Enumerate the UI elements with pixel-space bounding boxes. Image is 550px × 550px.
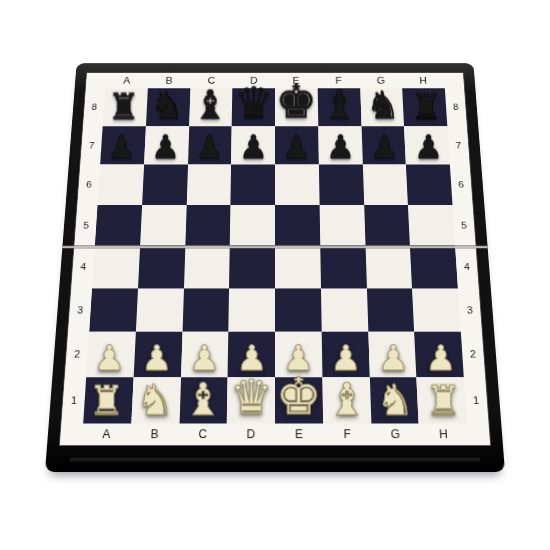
piece-white-knight[interactable]: ♞	[136, 380, 174, 422]
rank-label-3-left: 3	[68, 288, 92, 332]
piece-white-pawn[interactable]: ♟	[94, 340, 125, 375]
square-b2[interactable]: ♟	[133, 332, 182, 377]
square-b4[interactable]	[138, 246, 185, 288]
file-label-e-bottom: E	[275, 423, 323, 445]
piece-black-pawn[interactable]: ♟	[282, 131, 311, 163]
square-h2[interactable]: ♟	[414, 332, 463, 377]
file-label-f-bottom: F	[323, 423, 372, 445]
rank-label-5-left: 5	[75, 205, 98, 246]
piece-black-rook[interactable]: ♜	[108, 88, 141, 124]
square-e4[interactable]	[275, 246, 321, 288]
file-label-a-bottom: A	[82, 423, 131, 445]
piece-white-rook[interactable]: ♜	[89, 382, 125, 422]
square-d7[interactable]: ♟	[231, 126, 275, 165]
square-f6[interactable]	[319, 165, 364, 205]
rank-label-8-left: 8	[83, 88, 105, 126]
square-f1[interactable]: ♝	[322, 377, 371, 424]
square-d1[interactable]: ♛	[227, 377, 275, 424]
square-b5[interactable]	[140, 205, 186, 246]
rank-label-7-left: 7	[80, 126, 102, 165]
margin-corner	[86, 73, 106, 88]
square-f5[interactable]	[319, 205, 365, 246]
square-g3[interactable]	[366, 288, 414, 332]
square-b6[interactable]	[142, 165, 188, 205]
square-d5[interactable]	[230, 205, 275, 246]
square-h1[interactable]: ♜	[417, 377, 467, 424]
piece-black-knight[interactable]: ♞	[366, 86, 400, 124]
rank-label-7-right: 7	[447, 126, 469, 165]
square-d6[interactable]	[231, 165, 275, 205]
piece-white-bishop[interactable]: ♝	[183, 378, 223, 422]
square-c3[interactable]	[182, 288, 229, 332]
hinge-seam	[62, 245, 488, 248]
rank-label-4-right: 4	[455, 246, 478, 288]
frame-emboss	[70, 456, 481, 463]
piece-black-knight[interactable]: ♞	[150, 86, 184, 124]
square-g2[interactable]: ♟	[368, 332, 417, 377]
square-g1[interactable]: ♞	[369, 377, 418, 424]
piece-white-rook[interactable]: ♜	[425, 382, 461, 422]
piece-white-pawn[interactable]: ♟	[141, 340, 172, 375]
square-a3[interactable]	[89, 288, 138, 332]
square-f2[interactable]: ♟	[321, 332, 369, 377]
file-label-b-bottom: B	[130, 423, 179, 445]
rank-label-4-left: 4	[71, 246, 94, 288]
rank-label-6-left: 6	[78, 165, 101, 205]
square-h5[interactable]	[408, 205, 455, 246]
margin-corner	[444, 73, 464, 88]
square-h4[interactable]	[410, 246, 458, 288]
piece-white-bishop[interactable]: ♝	[327, 378, 367, 422]
piece-white-pawn[interactable]: ♟	[188, 340, 219, 375]
square-c4[interactable]	[184, 246, 230, 288]
square-c2[interactable]: ♟	[181, 332, 229, 377]
square-a8[interactable]: ♜	[103, 88, 148, 126]
square-d4[interactable]	[229, 246, 275, 288]
piece-black-pawn[interactable]: ♟	[195, 131, 224, 163]
piece-black-king[interactable]: ♚	[276, 78, 317, 124]
square-g7[interactable]: ♟	[361, 126, 406, 165]
square-b1[interactable]: ♞	[131, 377, 180, 424]
square-g6[interactable]	[362, 165, 408, 205]
piece-white-pawn[interactable]: ♟	[425, 340, 456, 375]
board-frame: ABCDEFGH8♜♞♝♛♚♝♞♜87♟♟♟♟♟♟♟♟7665544332♟♟♟…	[45, 63, 505, 472]
piece-white-king[interactable]: ♚	[276, 371, 322, 422]
rank-label-2-left: 2	[65, 332, 89, 377]
piece-black-pawn[interactable]: ♟	[414, 131, 443, 163]
square-a2[interactable]: ♟	[86, 332, 135, 377]
square-e1[interactable]: ♚	[275, 377, 323, 424]
square-h7[interactable]: ♟	[404, 126, 450, 165]
file-label-c-bottom: C	[178, 423, 227, 445]
piece-black-rook[interactable]: ♜	[410, 88, 443, 124]
square-h6[interactable]	[406, 165, 452, 205]
square-a4[interactable]	[92, 246, 140, 288]
piece-white-queen[interactable]: ♛	[229, 374, 272, 422]
rank-label-1-left: 1	[62, 377, 87, 424]
margin-corner	[60, 423, 83, 445]
square-a6[interactable]	[98, 165, 144, 205]
file-label-g-bottom: G	[371, 423, 420, 445]
square-f3[interactable]	[321, 288, 368, 332]
square-f8[interactable]: ♝	[317, 88, 361, 126]
rank-label-1-right: 1	[464, 377, 489, 424]
square-a7[interactable]: ♟	[100, 126, 146, 165]
margin-corner	[467, 423, 490, 445]
square-a1[interactable]: ♜	[83, 377, 133, 424]
piece-black-pawn[interactable]: ♟	[370, 131, 399, 163]
square-c5[interactable]	[185, 205, 231, 246]
square-e3[interactable]	[275, 288, 321, 332]
square-g5[interactable]	[364, 205, 410, 246]
square-b3[interactable]	[136, 288, 184, 332]
photo-background: ABCDEFGH8♜♞♝♛♚♝♞♜87♟♟♟♟♟♟♟♟7665544332♟♟♟…	[0, 0, 550, 550]
piece-black-bishop[interactable]: ♝	[322, 84, 358, 124]
square-d8[interactable]: ♛	[232, 88, 275, 126]
rank-label-2-right: 2	[461, 332, 485, 377]
piece-white-pawn[interactable]: ♟	[377, 340, 408, 375]
piece-black-pawn[interactable]: ♟	[239, 131, 268, 163]
square-e8[interactable]: ♚	[275, 88, 318, 126]
square-e7[interactable]: ♟	[275, 126, 319, 165]
square-c7[interactable]: ♟	[188, 126, 232, 165]
square-c6[interactable]	[186, 165, 231, 205]
square-d3[interactable]	[229, 288, 275, 332]
square-b8[interactable]: ♞	[146, 88, 190, 126]
board-mat: ABCDEFGH8♜♞♝♛♚♝♞♜87♟♟♟♟♟♟♟♟7665544332♟♟♟…	[59, 72, 491, 446]
square-c1[interactable]: ♝	[179, 377, 228, 424]
square-f7[interactable]: ♟	[318, 126, 362, 165]
rank-label-6-right: 6	[450, 165, 473, 205]
square-c8[interactable]: ♝	[189, 88, 233, 126]
piece-black-bishop[interactable]: ♝	[192, 84, 228, 124]
piece-black-pawn[interactable]: ♟	[107, 131, 136, 163]
file-label-h-bottom: H	[419, 423, 468, 445]
piece-white-knight[interactable]: ♞	[376, 380, 414, 422]
square-g4[interactable]	[365, 246, 412, 288]
square-h3[interactable]	[412, 288, 461, 332]
square-a5[interactable]	[95, 205, 142, 246]
square-e6[interactable]	[275, 165, 319, 205]
square-h8[interactable]: ♜	[402, 88, 447, 126]
piece-black-queen[interactable]: ♛	[234, 81, 273, 124]
rank-label-3-right: 3	[458, 288, 482, 332]
square-b7[interactable]: ♟	[144, 126, 189, 165]
rank-label-5-right: 5	[452, 205, 475, 246]
piece-white-pawn[interactable]: ♟	[330, 340, 361, 375]
file-label-d-bottom: D	[227, 423, 275, 445]
piece-black-pawn[interactable]: ♟	[151, 131, 180, 163]
piece-black-pawn[interactable]: ♟	[326, 131, 355, 163]
square-e5[interactable]	[275, 205, 320, 246]
square-f4[interactable]	[320, 246, 366, 288]
square-g8[interactable]: ♞	[360, 88, 404, 126]
rank-label-8-right: 8	[445, 88, 467, 126]
